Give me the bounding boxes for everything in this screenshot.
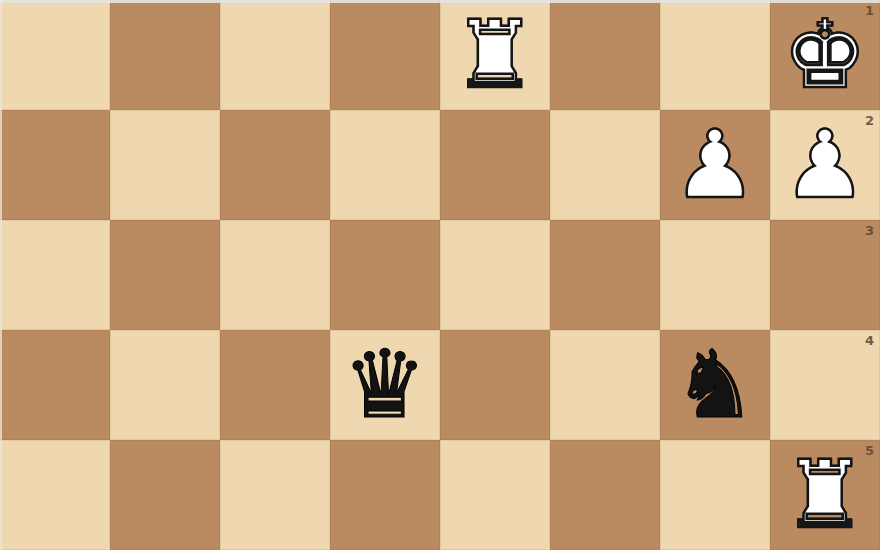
square-b3[interactable] (660, 220, 770, 330)
square-b2[interactable]: ♟ (660, 110, 770, 220)
square-a4[interactable]: 4 (770, 330, 880, 440)
square-b1[interactable] (660, 0, 770, 110)
square-b4[interactable]: ♞ (660, 330, 770, 440)
square-c1[interactable] (550, 0, 660, 110)
chess-board: ♜1♚♟2♟3♛♞45♜ (0, 0, 880, 550)
square-f5[interactable] (220, 440, 330, 550)
square-c3[interactable] (550, 220, 660, 330)
square-c2[interactable] (550, 110, 660, 220)
page-edge-top (0, 0, 880, 3)
square-a5[interactable]: 5♜ (770, 440, 880, 550)
square-g3[interactable] (110, 220, 220, 330)
square-d4[interactable] (440, 330, 550, 440)
square-a1[interactable]: 1♚ (770, 0, 880, 110)
square-g1[interactable] (110, 0, 220, 110)
square-e3[interactable] (330, 220, 440, 330)
square-c5[interactable] (550, 440, 660, 550)
square-e2[interactable] (330, 110, 440, 220)
piece-white-king[interactable]: ♚ (770, 0, 880, 110)
piece-white-pawn[interactable]: ♟ (770, 110, 880, 220)
square-f2[interactable] (220, 110, 330, 220)
page-edge-left (0, 0, 2, 550)
square-e1[interactable] (330, 0, 440, 110)
square-d2[interactable] (440, 110, 550, 220)
square-h1[interactable] (0, 0, 110, 110)
square-a3[interactable]: 3 (770, 220, 880, 330)
piece-white-rook[interactable]: ♜ (770, 440, 880, 550)
piece-white-pawn[interactable]: ♟ (660, 110, 770, 220)
square-h3[interactable] (0, 220, 110, 330)
square-e5[interactable] (330, 440, 440, 550)
rank-label-3: 3 (865, 223, 874, 238)
square-d5[interactable] (440, 440, 550, 550)
square-h5[interactable] (0, 440, 110, 550)
square-f4[interactable] (220, 330, 330, 440)
square-g2[interactable] (110, 110, 220, 220)
square-f3[interactable] (220, 220, 330, 330)
square-b5[interactable] (660, 440, 770, 550)
piece-white-rook[interactable]: ♜ (440, 0, 550, 110)
square-h4[interactable] (0, 330, 110, 440)
square-d1[interactable]: ♜ (440, 0, 550, 110)
chess-board-viewport: ♜1♚♟2♟3♛♞45♜ (0, 0, 880, 550)
square-g4[interactable] (110, 330, 220, 440)
square-d3[interactable] (440, 220, 550, 330)
square-f1[interactable] (220, 0, 330, 110)
piece-black-queen[interactable]: ♛ (330, 330, 440, 440)
square-h2[interactable] (0, 110, 110, 220)
square-e4[interactable]: ♛ (330, 330, 440, 440)
piece-black-knight[interactable]: ♞ (660, 330, 770, 440)
rank-label-4: 4 (865, 333, 874, 348)
square-a2[interactable]: 2♟ (770, 110, 880, 220)
square-g5[interactable] (110, 440, 220, 550)
square-c4[interactable] (550, 330, 660, 440)
